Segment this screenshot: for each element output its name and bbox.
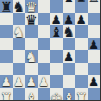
square-g3[interactable] [75,63,88,76]
square-b3[interactable] [13,63,26,76]
square-g5[interactable] [75,38,88,51]
piece-black-queen-c7[interactable]: ♛ [25,13,38,26]
piece-black-rook-a8[interactable]: ♜ [0,1,13,14]
square-c7[interactable]: ♛ [25,13,38,26]
square-e4[interactable] [50,50,63,63]
square-b8[interactable]: ♞ [13,0,26,13]
square-a3[interactable] [0,63,13,76]
square-f6[interactable]: ♞ [63,25,76,38]
piece-black-rook-h8[interactable]: ♜ [88,0,101,3]
piece-black-pawn-h2[interactable]: ♟ [88,76,101,89]
square-d8[interactable] [38,0,51,13]
square-e6[interactable]: ♝ [50,25,63,38]
square-b2[interactable]: ♟ [13,75,26,88]
piece-white-pawn-a2[interactable]: ♟ [0,76,13,89]
chess-board-screenshot: ♜♞♛♝♚♜♛♟♟♟♞♝♞♟♞♟♟♟♟♟♟♜♝♚♝♜ [0,0,100,100]
square-h3[interactable] [88,63,101,76]
piece-white-pawn-c2[interactable]: ♟ [25,76,38,89]
square-d5[interactable] [38,38,51,51]
square-f2[interactable] [63,75,76,88]
square-d2[interactable]: ♟ [38,75,51,88]
piece-white-bishop-f1[interactable]: ♝ [63,92,76,101]
square-e3[interactable] [50,63,63,76]
piece-black-knight-f6[interactable]: ♞ [63,26,76,39]
square-c4[interactable]: ♞ [25,50,38,63]
square-h5[interactable]: ♟ [88,38,101,51]
square-h6[interactable] [88,25,101,38]
square-c6[interactable] [25,25,38,38]
square-f4[interactable]: ♟ [63,50,76,63]
piece-white-knight-c4[interactable]: ♞ [25,51,38,64]
square-d4[interactable] [38,50,51,63]
square-a8[interactable]: ♜ [0,0,13,13]
square-f8[interactable]: ♝ [63,0,76,13]
square-c1[interactable]: ♝ [25,88,38,101]
square-d1[interactable] [38,88,51,101]
square-a4[interactable] [0,50,13,63]
square-e1[interactable]: ♚ [50,88,63,101]
square-a7[interactable] [0,13,13,26]
piece-white-bishop-c1[interactable]: ♝ [25,92,38,101]
square-g2[interactable] [75,75,88,88]
square-d7[interactable] [38,13,51,26]
square-g4[interactable] [75,50,88,63]
chess-board: ♜♞♛♝♚♜♛♟♟♟♞♝♞♟♞♟♟♟♟♟♟♜♝♚♝♜ [0,0,100,100]
piece-white-king-e1[interactable]: ♚ [50,92,63,101]
piece-black-pawn-f4[interactable]: ♟ [63,51,76,64]
square-h1[interactable] [88,88,101,101]
square-g6[interactable] [75,25,88,38]
piece-white-pawn-b2[interactable]: ♟ [13,76,26,89]
square-d6[interactable] [38,25,51,38]
square-h4[interactable] [88,50,101,63]
piece-black-pawn-h5[interactable]: ♟ [88,38,101,51]
square-h8[interactable]: ♜ [88,0,101,13]
square-b4[interactable] [13,50,26,63]
square-a1[interactable]: ♜ [0,88,13,101]
square-a2[interactable]: ♟ [0,75,13,88]
square-f1[interactable]: ♝ [63,88,76,101]
square-f5[interactable] [63,38,76,51]
square-d3[interactable] [38,63,51,76]
square-b6[interactable]: ♞ [13,25,26,38]
square-e8[interactable] [50,0,63,13]
square-b5[interactable] [13,38,26,51]
square-a6[interactable] [0,25,13,38]
square-g8[interactable]: ♚ [75,0,88,13]
square-f3[interactable] [63,63,76,76]
square-c3[interactable] [25,63,38,76]
square-g1[interactable]: ♜ [75,88,88,101]
square-h2[interactable]: ♟ [88,75,101,88]
piece-white-rook-g1[interactable]: ♜ [75,92,88,101]
piece-black-king-g8[interactable]: ♚ [75,0,88,3]
piece-black-bishop-e6[interactable]: ♝ [50,26,63,39]
piece-black-knight-b8[interactable]: ♞ [13,1,26,14]
square-c2[interactable]: ♟ [25,75,38,88]
square-a5[interactable] [0,38,13,51]
square-g7[interactable]: ♟ [75,13,88,26]
piece-black-bishop-f8[interactable]: ♝ [63,0,76,3]
piece-white-rook-a1[interactable]: ♜ [0,92,13,101]
square-h7[interactable] [88,13,101,26]
square-e2[interactable] [50,75,63,88]
square-b1[interactable] [13,88,26,101]
piece-black-pawn-g7[interactable]: ♟ [75,13,88,26]
square-e5[interactable] [50,38,63,51]
piece-white-knight-b6[interactable]: ♞ [13,26,26,39]
piece-white-pawn-d2[interactable]: ♟ [38,76,51,89]
